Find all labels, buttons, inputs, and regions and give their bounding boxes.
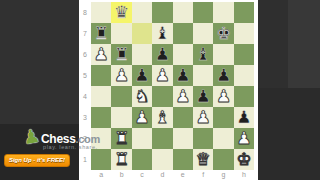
piece-black-king-g7[interactable]: ♚ — [213, 23, 233, 44]
piece-white-rook-b1[interactable]: ♜ — [111, 149, 131, 170]
square-e6[interactable] — [173, 44, 193, 65]
square-a4[interactable] — [91, 86, 111, 107]
piece-black-bishop-f6[interactable]: ♝ — [193, 44, 213, 65]
piece-black-pawn-h3[interactable]: ♟ — [234, 107, 254, 128]
square-d3[interactable]: ♝ — [152, 107, 172, 128]
signup-button[interactable]: Sign Up - it's FREE! — [4, 154, 70, 167]
piece-black-pawn-f4[interactable]: ♟ — [193, 86, 213, 107]
square-f7[interactable] — [193, 23, 213, 44]
file-label-g: g — [213, 170, 233, 179]
square-g3[interactable] — [213, 107, 233, 128]
square-a5[interactable] — [91, 65, 111, 86]
video-background-bottom-right — [258, 88, 320, 180]
square-f3[interactable]: ♟ — [193, 107, 213, 128]
square-b5[interactable]: ♟ — [111, 65, 131, 86]
square-f8[interactable] — [193, 2, 213, 23]
file-label-e: e — [173, 170, 193, 179]
square-c2[interactable] — [132, 128, 152, 149]
rank-label-6: 6 — [79, 44, 91, 65]
square-h3[interactable]: ♟ — [234, 107, 254, 128]
square-c4[interactable]: ♞ — [132, 86, 152, 107]
square-e3[interactable] — [173, 107, 193, 128]
rank-label-5: 5 — [79, 65, 91, 86]
file-labels: abcdefgh — [91, 170, 254, 179]
square-h6[interactable] — [234, 44, 254, 65]
square-a3[interactable] — [91, 107, 111, 128]
square-g5[interactable]: ♟ — [213, 65, 233, 86]
square-e5[interactable]: ♟ — [173, 65, 193, 86]
square-d8[interactable] — [152, 2, 172, 23]
logo-tagline: play. learn. share. — [43, 144, 98, 150]
file-label-c: c — [132, 170, 152, 179]
square-g4[interactable]: ♟ — [213, 86, 233, 107]
square-a7[interactable]: ♜ — [91, 23, 111, 44]
square-a1[interactable] — [91, 149, 111, 170]
piece-black-queen-b8[interactable]: ♛ — [111, 2, 131, 23]
piece-white-pawn-c3[interactable]: ♟ — [132, 107, 152, 128]
file-label-a: a — [91, 170, 111, 179]
square-f1[interactable]: ♛ — [193, 149, 213, 170]
square-g7[interactable]: ♚ — [213, 23, 233, 44]
video-background-left — [0, 0, 79, 124]
rank-label-1: 1 — [79, 149, 91, 170]
piece-black-pawn-g5[interactable]: ♟ — [213, 65, 233, 86]
square-a8[interactable] — [91, 2, 111, 23]
piece-black-pawn-d6[interactable]: ♟ — [152, 44, 172, 65]
pawn-logo-icon: ♟ — [21, 126, 41, 148]
square-f4[interactable]: ♟ — [193, 86, 213, 107]
piece-white-knight-c4[interactable]: ♞ — [132, 86, 152, 107]
square-b3[interactable] — [111, 107, 131, 128]
square-h7[interactable] — [234, 23, 254, 44]
square-b4[interactable] — [111, 86, 131, 107]
rank-label-7: 7 — [79, 23, 91, 44]
square-h1[interactable]: ♚ — [234, 149, 254, 170]
piece-black-rook-a7[interactable]: ♜ — [91, 23, 111, 44]
piece-black-bishop-d7[interactable]: ♝ — [152, 23, 172, 44]
file-label-b: b — [111, 170, 131, 179]
square-d1[interactable] — [152, 149, 172, 170]
square-d6[interactable]: ♟ — [152, 44, 172, 65]
square-h4[interactable] — [234, 86, 254, 107]
square-h2[interactable]: ♟ — [234, 128, 254, 149]
video-background-right-inner — [258, 0, 288, 88]
square-g1[interactable] — [213, 149, 233, 170]
piece-white-pawn-f3[interactable]: ♟ — [193, 107, 213, 128]
square-g8[interactable] — [213, 2, 233, 23]
square-e1[interactable] — [173, 149, 193, 170]
square-a6[interactable]: ♟ — [91, 44, 111, 65]
square-c8[interactable] — [132, 2, 152, 23]
piece-white-bishop-d3[interactable]: ♝ — [152, 107, 172, 128]
rank-label-4: 4 — [79, 86, 91, 107]
square-f6[interactable]: ♝ — [193, 44, 213, 65]
square-c3[interactable]: ♟ — [132, 107, 152, 128]
square-d4[interactable] — [152, 86, 172, 107]
square-c1[interactable] — [132, 149, 152, 170]
square-f2[interactable] — [193, 128, 213, 149]
piece-black-pawn-e5[interactable]: ♟ — [173, 65, 193, 86]
square-b7[interactable] — [111, 23, 131, 44]
piece-white-queen-f1[interactable]: ♛ — [193, 149, 213, 170]
piece-white-king-h1[interactable]: ♚ — [234, 149, 254, 170]
piece-white-pawn-b5[interactable]: ♟ — [111, 65, 131, 86]
square-b8[interactable]: ♛ — [111, 2, 131, 23]
piece-white-pawn-e4[interactable]: ♟ — [173, 86, 193, 107]
square-b2[interactable]: ♜ — [111, 128, 131, 149]
chess-board[interactable]: ♛♜♝♚♟♜♟♝♟♟♟♟♟♞♟♟♟♟♝♟♟♜♟♜♛♚ — [91, 2, 254, 170]
square-g6[interactable] — [213, 44, 233, 65]
square-d7[interactable]: ♝ — [152, 23, 172, 44]
square-f5[interactable] — [193, 65, 213, 86]
rank-label-3: 3 — [79, 107, 91, 128]
piece-black-pawn-c5[interactable]: ♟ — [132, 65, 152, 86]
piece-white-pawn-a6[interactable]: ♟ — [91, 44, 111, 65]
square-c6[interactable] — [132, 44, 152, 65]
square-b1[interactable]: ♜ — [111, 149, 131, 170]
piece-white-pawn-g4[interactable]: ♟ — [213, 86, 233, 107]
square-g2[interactable] — [213, 128, 233, 149]
square-e2[interactable] — [173, 128, 193, 149]
square-h8[interactable] — [234, 2, 254, 23]
square-c5[interactable]: ♟ — [132, 65, 152, 86]
square-e7[interactable] — [173, 23, 193, 44]
piece-white-pawn-d5[interactable]: ♟ — [152, 65, 172, 86]
piece-white-rook-b2[interactable]: ♜ — [111, 128, 131, 149]
piece-black-rook-b6[interactable]: ♜ — [111, 44, 131, 65]
rank-label-8: 8 — [79, 2, 91, 23]
file-label-h: h — [234, 170, 254, 179]
square-d5[interactable]: ♟ — [152, 65, 172, 86]
file-label-f: f — [193, 170, 213, 179]
file-label-d: d — [152, 170, 172, 179]
piece-white-pawn-h2[interactable]: ♟ — [234, 128, 254, 149]
square-e8[interactable] — [173, 2, 193, 23]
square-c7[interactable] — [132, 23, 152, 44]
square-h5[interactable] — [234, 65, 254, 86]
chess-board-frame: 87654321 ♛♜♝♚♟♜♟♝♟♟♟♟♟♞♟♟♟♟♝♟♟♜♟♜♛♚ abcd… — [79, 0, 258, 180]
square-d2[interactable] — [152, 128, 172, 149]
square-b6[interactable]: ♜ — [111, 44, 131, 65]
square-e4[interactable]: ♟ — [173, 86, 193, 107]
